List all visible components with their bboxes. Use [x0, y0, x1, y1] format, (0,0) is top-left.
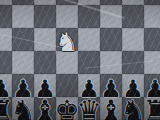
- square-b5[interactable]: [122, 28, 144, 51]
- white-knight-e5[interactable]: ♞: [55, 29, 78, 55]
- square-f4[interactable]: [34, 5, 56, 28]
- square-f8[interactable]: ♝: [34, 97, 56, 120]
- square-e8[interactable]: ♚: [56, 97, 78, 120]
- square-e5[interactable]: ♞: [56, 28, 78, 51]
- square-g5[interactable]: [12, 28, 34, 51]
- square-e4[interactable]: [56, 5, 78, 28]
- black-rook-a8[interactable]: ♜: [142, 97, 160, 120]
- square-h4[interactable]: [0, 5, 12, 28]
- square-d4[interactable]: [78, 5, 100, 28]
- square-b8[interactable]: ♞: [122, 97, 144, 120]
- square-b6[interactable]: [122, 51, 144, 74]
- square-b4[interactable]: [122, 5, 144, 28]
- square-a4[interactable]: [144, 5, 160, 28]
- square-d5[interactable]: [78, 28, 100, 51]
- square-a8[interactable]: ♜: [144, 97, 160, 120]
- square-c8[interactable]: ♝: [100, 97, 122, 120]
- square-d6[interactable]: [78, 51, 100, 74]
- square-f5[interactable]: [34, 28, 56, 51]
- square-f6[interactable]: [34, 51, 56, 74]
- square-c5[interactable]: [100, 28, 122, 51]
- chess-board: ♞♟♟♟♟♟♟♟♜♞♝♚♛♝♞♜: [0, 0, 160, 120]
- chess-app-screen: ♞♟♟♟♟♟♟♟♜♞♝♚♛♝♞♜: [0, 0, 160, 120]
- square-g6[interactable]: [12, 51, 34, 74]
- square-g8[interactable]: ♞: [12, 97, 34, 120]
- square-a5[interactable]: [144, 28, 160, 51]
- square-h5[interactable]: [0, 28, 12, 51]
- square-c6[interactable]: [100, 51, 122, 74]
- square-c4[interactable]: [100, 5, 122, 28]
- square-d8[interactable]: ♛: [78, 97, 100, 120]
- square-g4[interactable]: [12, 5, 34, 28]
- square-a6[interactable]: [144, 51, 160, 74]
- square-h6[interactable]: [0, 51, 12, 74]
